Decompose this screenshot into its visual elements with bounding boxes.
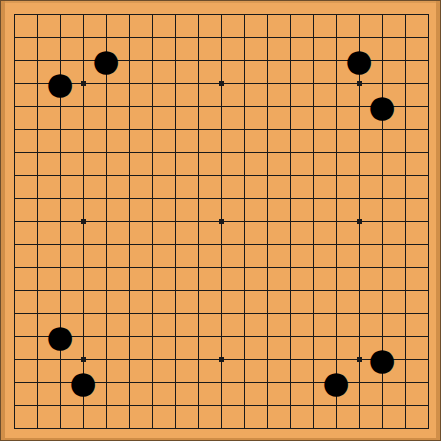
grid-line-vertical [290,14,291,429]
grid-line-vertical [267,14,268,429]
grid-line-vertical [428,14,429,429]
grid-line-horizontal [14,244,429,245]
grid-line-horizontal [14,428,429,429]
black-stone[interactable]: ● [370,94,394,118]
star-point [219,357,224,362]
star-point [81,81,86,86]
black-stone[interactable]: ● [370,347,394,371]
star-point [357,81,362,86]
go-board[interactable]: ●●●●●●●● [0,0,441,441]
grid-line-vertical [405,14,406,429]
grid-line-horizontal [14,405,429,406]
grid-line-horizontal [14,336,429,337]
black-stone[interactable]: ● [48,324,72,348]
grid-line-horizontal [14,267,429,268]
star-point [81,357,86,362]
black-stone[interactable]: ● [324,370,348,394]
star-point [219,219,224,224]
star-point [219,81,224,86]
black-stone[interactable]: ● [71,370,95,394]
star-point [81,219,86,224]
grid-line-horizontal [14,313,429,314]
grid-line-horizontal [14,290,429,291]
black-stone[interactable]: ● [48,71,72,95]
black-stone[interactable]: ● [94,48,118,72]
star-point [357,219,362,224]
star-point [357,357,362,362]
black-stone[interactable]: ● [347,48,371,72]
board-surface[interactable]: ●●●●●●●● [0,0,441,441]
grid-line-vertical [244,14,245,429]
grid-line-vertical [313,14,314,429]
